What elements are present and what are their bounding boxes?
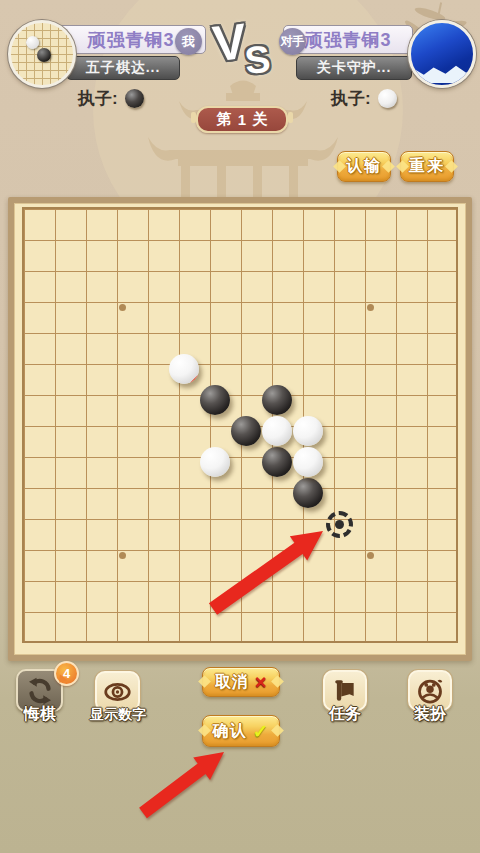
opponent-hold-row: 执子:	[331, 87, 397, 110]
my-avatar[interactable]	[8, 20, 76, 88]
black-stone	[293, 478, 323, 508]
avatar-black-stone	[37, 48, 51, 62]
level-prefix: 第	[217, 110, 232, 129]
opponent-name: 顽强青铜3	[304, 28, 391, 52]
white-stone	[293, 447, 323, 477]
my-hold-row: 执子:	[78, 87, 144, 110]
my-hold-stone-black	[125, 89, 144, 108]
my-subtitle: 五子棋达...	[86, 59, 161, 77]
opponent-subtitle: 关卡守护...	[317, 59, 392, 77]
eye-icon	[103, 679, 132, 705]
gomoku-board[interactable]	[8, 197, 472, 661]
white-stone	[262, 416, 292, 446]
cancel-label: 取消	[215, 672, 249, 693]
opponent-avatar[interactable]	[408, 20, 476, 88]
opponent-hold-stone-white	[378, 89, 397, 108]
my-title-pill: 五子棋达...	[66, 56, 180, 80]
level-number: 1	[238, 111, 246, 128]
resign-button[interactable]: 认输	[337, 151, 391, 182]
star-point	[119, 304, 126, 311]
white-stone	[169, 354, 199, 384]
undo-count: 4	[63, 666, 70, 681]
opponent-title-pill: 关卡守护...	[296, 56, 412, 80]
opponent-badge-label: 对手	[281, 33, 305, 50]
level-banner: 第 1 关	[196, 106, 288, 133]
confirm-button[interactable]: 确认 ✓	[202, 715, 280, 747]
star-point	[119, 552, 126, 559]
black-stone	[231, 416, 261, 446]
level-suffix: 关	[252, 110, 267, 129]
tasks-button[interactable]	[323, 670, 367, 711]
restart-label: 重来	[409, 156, 445, 177]
undo-count-badge: 4	[54, 661, 79, 686]
arrow-to-confirm-button	[139, 752, 224, 818]
opponent-hold-label: 执子:	[331, 87, 371, 110]
pagoda-silhouette	[148, 81, 338, 198]
pending-move-marker[interactable]	[326, 511, 353, 538]
black-stone	[262, 447, 292, 477]
scroll-icon	[332, 678, 358, 704]
black-stone	[262, 385, 292, 415]
restart-button[interactable]: 重来	[400, 151, 454, 182]
cancel-x-icon: ×	[255, 671, 268, 694]
cancel-button[interactable]: 取消 ×	[202, 667, 280, 697]
star-point	[367, 552, 374, 559]
vs-letter-s: S	[243, 38, 273, 83]
black-stone	[200, 385, 230, 415]
opponent-badge: 对手	[279, 28, 306, 55]
dressup-character-icon	[416, 676, 444, 706]
my-name: 顽强青铜3	[87, 28, 174, 52]
confirm-check-icon: ✓	[253, 720, 270, 743]
pending-move-dot	[335, 520, 344, 529]
snow-mountain	[408, 61, 476, 83]
white-stone	[293, 416, 323, 446]
dressup-button[interactable]	[408, 670, 452, 711]
my-hold-label: 执子:	[78, 87, 118, 110]
game-screen: 顽强青铜3 五子棋达... 我 V S 顽强青铜3 关卡守护... 对手 执子:…	[0, 0, 480, 853]
confirm-label: 确认	[213, 721, 247, 742]
me-badge-label: 我	[182, 33, 195, 51]
white-stone	[200, 447, 230, 477]
undo-cycle-icon	[25, 676, 55, 706]
star-point	[367, 304, 374, 311]
vs-logo: V S	[208, 13, 281, 92]
me-badge: 我	[175, 28, 202, 55]
avatar-white-stone	[26, 36, 39, 49]
show-numbers-button[interactable]	[95, 671, 140, 712]
resign-label: 认输	[346, 156, 382, 177]
